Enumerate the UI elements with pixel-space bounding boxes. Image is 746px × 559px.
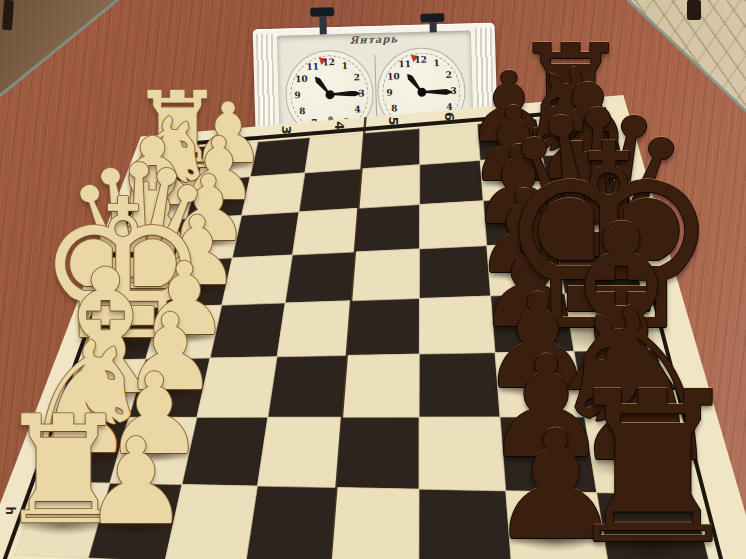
square-g3 bbox=[182, 417, 268, 486]
rank-label-4: 4 bbox=[332, 121, 347, 130]
square-b6 bbox=[420, 160, 484, 204]
square-d8 bbox=[557, 239, 642, 294]
square-b3 bbox=[242, 173, 305, 216]
square-a4 bbox=[305, 133, 364, 173]
rank-label-3: 3 bbox=[279, 126, 294, 135]
square-c4 bbox=[293, 208, 359, 255]
square-f6 bbox=[419, 353, 500, 418]
square-h6 bbox=[419, 489, 513, 559]
square-g7 bbox=[500, 417, 597, 493]
square-e8 bbox=[565, 291, 657, 351]
square-c3 bbox=[232, 212, 299, 258]
photo-scene: Янтарь 121234567891011 12 bbox=[0, 0, 746, 559]
square-b4 bbox=[299, 169, 361, 212]
square-d3 bbox=[222, 255, 293, 305]
square-e7 bbox=[491, 294, 574, 353]
square-c7 bbox=[483, 197, 556, 246]
square-d6 bbox=[420, 246, 491, 299]
square-c6 bbox=[420, 201, 487, 249]
square-a5 bbox=[361, 129, 420, 169]
square-a8 bbox=[537, 114, 608, 156]
square-b7 bbox=[480, 156, 549, 201]
square-g8 bbox=[585, 417, 693, 495]
square-c5 bbox=[355, 205, 420, 252]
chess-board: 3456h bbox=[0, 0, 746, 559]
file-label-h: h bbox=[3, 507, 17, 516]
square-c8 bbox=[549, 193, 629, 243]
square-h5 bbox=[330, 488, 419, 559]
square-a7 bbox=[477, 119, 542, 160]
rank-label-6: 6 bbox=[442, 112, 457, 121]
square-e5 bbox=[347, 299, 420, 356]
square-f3 bbox=[197, 357, 277, 418]
square-f4 bbox=[268, 356, 347, 418]
square-g6 bbox=[419, 417, 506, 491]
square-e3 bbox=[210, 303, 285, 358]
square-e4 bbox=[277, 301, 351, 357]
square-e6 bbox=[419, 296, 495, 354]
rank-label-5: 5 bbox=[386, 117, 401, 126]
square-b8 bbox=[543, 151, 618, 197]
square-a6 bbox=[420, 124, 480, 165]
square-a3 bbox=[250, 138, 310, 177]
square-d4 bbox=[285, 252, 355, 303]
square-d7 bbox=[487, 242, 565, 296]
square-f7 bbox=[495, 351, 585, 417]
square-d5 bbox=[351, 249, 420, 301]
square-f5 bbox=[342, 354, 420, 417]
square-g4 bbox=[258, 417, 342, 487]
square-h4 bbox=[246, 486, 337, 559]
square-h7 bbox=[506, 491, 611, 559]
square-g5 bbox=[336, 417, 419, 489]
square-f8 bbox=[574, 350, 673, 417]
square-b5 bbox=[358, 165, 420, 209]
